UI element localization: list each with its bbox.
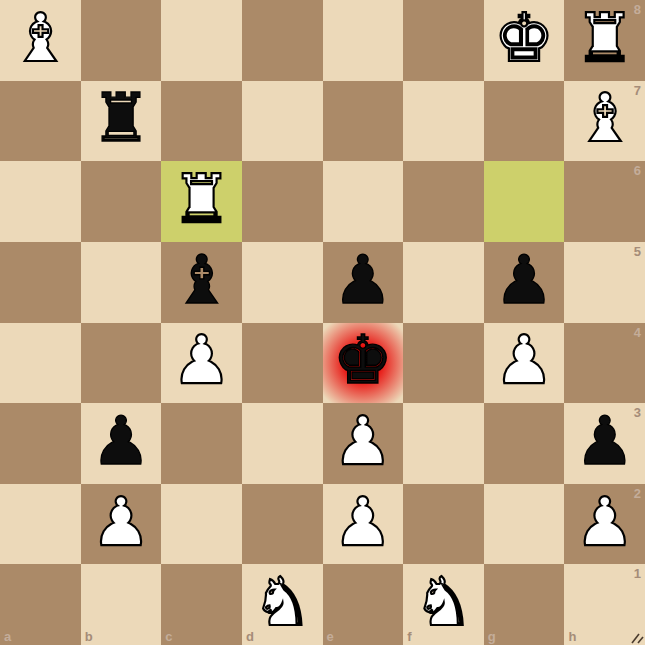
coord-file-c: c: [165, 630, 172, 643]
square-h5[interactable]: 5: [564, 242, 645, 323]
coord-rank-1: 1: [634, 567, 641, 580]
coord-rank-6: 6: [634, 164, 641, 177]
coord-rank-2: 2: [634, 487, 641, 500]
square-d4[interactable]: [242, 323, 323, 404]
coord-file-e: e: [327, 630, 334, 643]
square-d7[interactable]: [242, 81, 323, 162]
square-d2[interactable]: [242, 484, 323, 565]
coord-file-g: g: [488, 630, 496, 643]
square-g1[interactable]: g: [484, 564, 565, 645]
square-a2[interactable]: [0, 484, 81, 565]
square-c2[interactable]: [161, 484, 242, 565]
square-c3[interactable]: [161, 403, 242, 484]
square-e3[interactable]: ♟: [323, 403, 404, 484]
square-b1[interactable]: b: [81, 564, 162, 645]
piece-black-king[interactable]: ♚: [333, 327, 393, 394]
piece-white-pawn[interactable]: ♟: [172, 327, 232, 394]
piece-white-knight[interactable]: ♞: [413, 569, 473, 636]
square-b8[interactable]: [81, 0, 162, 81]
square-g8[interactable]: ♚: [484, 0, 565, 81]
resize-handle-icon[interactable]: [630, 630, 644, 644]
square-f6[interactable]: [403, 161, 484, 242]
square-h3[interactable]: ♟3: [564, 403, 645, 484]
square-f2[interactable]: [403, 484, 484, 565]
square-c1[interactable]: c: [161, 564, 242, 645]
coord-rank-8: 8: [634, 3, 641, 16]
square-b5[interactable]: [81, 242, 162, 323]
piece-white-king[interactable]: ♚: [494, 5, 554, 72]
square-c6[interactable]: ♜: [161, 161, 242, 242]
piece-black-pawn[interactable]: ♟: [494, 247, 554, 314]
square-b6[interactable]: [81, 161, 162, 242]
square-a7[interactable]: [0, 81, 81, 162]
coord-file-f: f: [407, 630, 411, 643]
square-a3[interactable]: [0, 403, 81, 484]
square-b4[interactable]: [81, 323, 162, 404]
square-e8[interactable]: [323, 0, 404, 81]
piece-white-pawn[interactable]: ♟: [494, 327, 554, 394]
coord-file-h: h: [568, 630, 576, 643]
coord-rank-4: 4: [634, 326, 641, 339]
square-d5[interactable]: [242, 242, 323, 323]
piece-white-bishop[interactable]: ♝: [10, 5, 70, 72]
square-h2[interactable]: ♟2: [564, 484, 645, 565]
square-a6[interactable]: [0, 161, 81, 242]
square-e5[interactable]: ♟: [323, 242, 404, 323]
square-g4[interactable]: ♟: [484, 323, 565, 404]
square-c5[interactable]: ♝: [161, 242, 242, 323]
square-h4[interactable]: 4: [564, 323, 645, 404]
square-f8[interactable]: [403, 0, 484, 81]
square-h8[interactable]: ♜8: [564, 0, 645, 81]
square-d8[interactable]: [242, 0, 323, 81]
square-f5[interactable]: [403, 242, 484, 323]
square-g5[interactable]: ♟: [484, 242, 565, 323]
square-f1[interactable]: ♞f: [403, 564, 484, 645]
piece-black-rook[interactable]: ♜: [91, 85, 151, 152]
square-b2[interactable]: ♟: [81, 484, 162, 565]
piece-white-knight[interactable]: ♞: [252, 569, 312, 636]
square-a8[interactable]: ♝: [0, 0, 81, 81]
square-e1[interactable]: e: [323, 564, 404, 645]
square-h7[interactable]: ♝7: [564, 81, 645, 162]
piece-black-bishop[interactable]: ♝: [172, 247, 232, 314]
square-f4[interactable]: [403, 323, 484, 404]
square-a5[interactable]: [0, 242, 81, 323]
piece-white-pawn[interactable]: ♟: [575, 489, 635, 556]
square-d1[interactable]: ♞d: [242, 564, 323, 645]
piece-white-rook[interactable]: ♜: [172, 166, 232, 233]
piece-black-pawn[interactable]: ♟: [575, 408, 635, 475]
piece-white-bishop[interactable]: ♝: [575, 85, 635, 152]
square-f3[interactable]: [403, 403, 484, 484]
coord-rank-5: 5: [634, 245, 641, 258]
coord-rank-3: 3: [634, 406, 641, 419]
piece-white-rook[interactable]: ♜: [575, 5, 635, 72]
square-h6[interactable]: 6: [564, 161, 645, 242]
piece-black-pawn[interactable]: ♟: [333, 247, 393, 314]
square-a4[interactable]: [0, 323, 81, 404]
piece-white-pawn[interactable]: ♟: [333, 489, 393, 556]
square-d3[interactable]: [242, 403, 323, 484]
square-g3[interactable]: [484, 403, 565, 484]
coord-file-a: a: [4, 630, 11, 643]
chess-board[interactable]: ♝♚♜8♜♝7♜6♝♟♟5♟♚♟4♟♟♟3♟♟♟2abc♞de♞fg1h: [0, 0, 645, 645]
square-b3[interactable]: ♟: [81, 403, 162, 484]
square-c8[interactable]: [161, 0, 242, 81]
square-e6[interactable]: [323, 161, 404, 242]
square-g7[interactable]: [484, 81, 565, 162]
coord-rank-7: 7: [634, 84, 641, 97]
square-e7[interactable]: [323, 81, 404, 162]
square-c4[interactable]: ♟: [161, 323, 242, 404]
square-h1[interactable]: 1h: [564, 564, 645, 645]
square-e4[interactable]: ♚: [323, 323, 404, 404]
square-e2[interactable]: ♟: [323, 484, 404, 565]
piece-white-pawn[interactable]: ♟: [333, 408, 393, 475]
square-g2[interactable]: [484, 484, 565, 565]
square-a1[interactable]: a: [0, 564, 81, 645]
square-g6[interactable]: [484, 161, 565, 242]
square-d6[interactable]: [242, 161, 323, 242]
piece-white-pawn[interactable]: ♟: [91, 489, 151, 556]
piece-black-pawn[interactable]: ♟: [91, 408, 151, 475]
square-c7[interactable]: [161, 81, 242, 162]
square-f7[interactable]: [403, 81, 484, 162]
coord-file-b: b: [85, 630, 93, 643]
square-b7[interactable]: ♜: [81, 81, 162, 162]
